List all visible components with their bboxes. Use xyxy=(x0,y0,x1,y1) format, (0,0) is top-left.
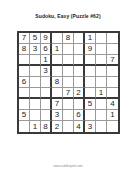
sudoku-cell-r7c7[interactable]: 5 xyxy=(85,99,96,110)
sudoku-cell-r4c7[interactable] xyxy=(85,66,96,77)
sudoku-cell-r7c1[interactable] xyxy=(19,99,30,110)
sudoku-cell-r4c5[interactable] xyxy=(63,66,74,77)
sudoku-cell-r7c4[interactable]: 7 xyxy=(52,99,63,110)
sudoku-cell-r9c5[interactable] xyxy=(63,121,74,132)
sudoku-cell-r1c6[interactable] xyxy=(74,33,85,44)
sudoku-cell-r1c7[interactable]: 1 xyxy=(85,33,96,44)
sudoku-board: 759818361917368721754536118243 xyxy=(17,31,120,134)
sudoku-cell-r7c5[interactable] xyxy=(63,99,74,110)
sudoku-cell-r2c3[interactable]: 6 xyxy=(41,44,52,55)
sudoku-cell-r1c2[interactable]: 5 xyxy=(30,33,41,44)
sudoku-cell-r2c8[interactable] xyxy=(96,44,107,55)
sudoku-cell-r6c7[interactable] xyxy=(85,88,96,99)
sudoku-cell-r6c9[interactable] xyxy=(107,88,118,99)
sudoku-cell-r3c4[interactable] xyxy=(52,55,63,66)
sudoku-cell-r2c2[interactable]: 3 xyxy=(30,44,41,55)
sudoku-cell-r1c9[interactable] xyxy=(107,33,118,44)
sudoku-cell-r3c5[interactable] xyxy=(63,55,74,66)
sudoku-cell-r3c7[interactable] xyxy=(85,55,96,66)
sudoku-cell-r1c5[interactable]: 8 xyxy=(63,33,74,44)
sudoku-cell-r7c2[interactable] xyxy=(30,99,41,110)
footer-url: www.sudokuprint.com xyxy=(0,164,136,168)
sudoku-cell-r2c6[interactable] xyxy=(74,44,85,55)
sudoku-cell-r5c2[interactable] xyxy=(30,77,41,88)
sudoku-cell-r8c2[interactable] xyxy=(30,110,41,121)
sudoku-cell-r8c6[interactable]: 6 xyxy=(74,110,85,121)
sudoku-cell-r5c1[interactable]: 6 xyxy=(19,77,30,88)
sudoku-cell-r6c8[interactable]: 1 xyxy=(96,88,107,99)
sudoku-cell-r4c9[interactable] xyxy=(107,66,118,77)
sudoku-cell-r2c5[interactable] xyxy=(63,44,74,55)
sudoku-cell-r1c4[interactable] xyxy=(52,33,63,44)
sudoku-cell-r9c9[interactable] xyxy=(107,121,118,132)
sudoku-cell-r6c6[interactable]: 2 xyxy=(74,88,85,99)
sudoku-cell-r1c1[interactable]: 7 xyxy=(19,33,30,44)
sudoku-cell-r4c8[interactable] xyxy=(96,66,107,77)
sudoku-cell-r5c8[interactable] xyxy=(96,77,107,88)
sudoku-cell-r2c9[interactable] xyxy=(107,44,118,55)
sudoku-cell-r6c4[interactable] xyxy=(52,88,63,99)
sudoku-cell-r4c3[interactable]: 3 xyxy=(41,66,52,77)
puzzle-title: Sudoku, Easy (Puzzle #62) xyxy=(0,13,136,19)
sudoku-cell-r8c3[interactable] xyxy=(41,110,52,121)
sudoku-cell-r5c7[interactable] xyxy=(85,77,96,88)
sudoku-cell-r9c4[interactable]: 2 xyxy=(52,121,63,132)
sudoku-cell-r3c9[interactable]: 7 xyxy=(107,55,118,66)
sudoku-cell-r5c4[interactable]: 8 xyxy=(52,77,63,88)
sudoku-cell-r9c6[interactable]: 4 xyxy=(74,121,85,132)
sudoku-cell-r6c5[interactable]: 7 xyxy=(63,88,74,99)
sudoku-cell-r3c3[interactable]: 1 xyxy=(41,55,52,66)
sudoku-cell-r9c2[interactable]: 1 xyxy=(30,121,41,132)
sudoku-cell-r8c4[interactable]: 3 xyxy=(52,110,63,121)
sudoku-cell-r3c1[interactable] xyxy=(19,55,30,66)
sudoku-cell-r3c8[interactable] xyxy=(96,55,107,66)
sudoku-cell-r7c8[interactable] xyxy=(96,99,107,110)
sudoku-cell-r4c2[interactable] xyxy=(30,66,41,77)
sudoku-cell-r8c9[interactable]: 1 xyxy=(107,110,118,121)
sudoku-cell-r9c1[interactable] xyxy=(19,121,30,132)
sudoku-cell-r9c3[interactable]: 8 xyxy=(41,121,52,132)
sudoku-cell-r6c1[interactable] xyxy=(19,88,30,99)
sudoku-cell-r1c3[interactable]: 9 xyxy=(41,33,52,44)
sudoku-cell-r6c3[interactable] xyxy=(41,88,52,99)
sudoku-cell-r5c9[interactable] xyxy=(107,77,118,88)
sudoku-cell-r7c9[interactable]: 4 xyxy=(107,99,118,110)
sudoku-cell-r3c6[interactable] xyxy=(74,55,85,66)
sudoku-cell-r1c8[interactable] xyxy=(96,33,107,44)
sudoku-cell-r2c7[interactable]: 9 xyxy=(85,44,96,55)
sudoku-cell-r6c2[interactable] xyxy=(30,88,41,99)
sudoku-cell-r4c6[interactable] xyxy=(74,66,85,77)
sudoku-cell-r8c1[interactable]: 5 xyxy=(19,110,30,121)
sudoku-cell-r8c8[interactable] xyxy=(96,110,107,121)
sudoku-cell-r8c7[interactable] xyxy=(85,110,96,121)
sudoku-cell-r3c2[interactable] xyxy=(30,55,41,66)
sudoku-cell-r2c1[interactable]: 8 xyxy=(19,44,30,55)
sudoku-cell-r5c6[interactable] xyxy=(74,77,85,88)
sudoku-cell-r7c3[interactable] xyxy=(41,99,52,110)
sudoku-cell-r4c1[interactable] xyxy=(19,66,30,77)
sudoku-cell-r5c3[interactable] xyxy=(41,77,52,88)
sudoku-cell-r5c5[interactable] xyxy=(63,77,74,88)
sudoku-cell-r8c5[interactable] xyxy=(63,110,74,121)
printable-sudoku-page: Sudoku, Easy (Puzzle #62) 75981836191736… xyxy=(0,0,136,176)
sudoku-cell-r7c6[interactable] xyxy=(74,99,85,110)
sudoku-cell-r9c7[interactable]: 3 xyxy=(85,121,96,132)
sudoku-cell-r4c4[interactable] xyxy=(52,66,63,77)
sudoku-cell-r9c8[interactable] xyxy=(96,121,107,132)
sudoku-cell-r2c4[interactable]: 1 xyxy=(52,44,63,55)
